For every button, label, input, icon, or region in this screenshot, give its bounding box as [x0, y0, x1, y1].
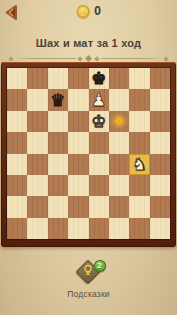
square-a2[interactable] [7, 196, 27, 217]
square-b2[interactable] [27, 196, 47, 217]
divider-end-diamond [163, 56, 169, 62]
square-a4[interactable] [7, 154, 27, 175]
puzzle-title: Шах и мат за 1 ход [0, 37, 177, 49]
square-a3[interactable] [7, 175, 27, 196]
square-f8[interactable] [109, 68, 129, 89]
square-g3[interactable] [129, 175, 149, 196]
square-g2[interactable] [129, 196, 149, 217]
divider-diamond [85, 55, 92, 62]
square-a7[interactable] [7, 89, 27, 110]
square-b5[interactable] [27, 132, 47, 153]
chess-board: ♚♛♟♚♞ [7, 68, 170, 239]
piece-white-knight[interactable]: ♞ [132, 156, 147, 173]
square-b8[interactable] [27, 68, 47, 89]
square-e4[interactable] [89, 154, 109, 175]
square-h4[interactable] [150, 154, 170, 175]
square-b4[interactable] [27, 154, 47, 175]
square-f1[interactable] [109, 218, 129, 239]
square-a5[interactable] [7, 132, 27, 153]
lightbulb-icon [82, 264, 94, 280]
puzzle-screen: 0 Шах и мат за 1 ход ♚♛♟♚♞ [0, 0, 177, 315]
square-a8[interactable] [7, 68, 27, 89]
hints-label: Подсказки [67, 289, 110, 299]
square-e7[interactable]: ♟ [89, 89, 109, 110]
square-h7[interactable] [150, 89, 170, 110]
divider-end-diamond [8, 56, 14, 62]
square-e3[interactable] [89, 175, 109, 196]
square-g1[interactable] [129, 218, 149, 239]
back-button[interactable] [2, 3, 20, 23]
hint-marker-diamond [114, 116, 124, 126]
square-c3[interactable] [48, 175, 68, 196]
square-d5[interactable] [68, 132, 88, 153]
square-c1[interactable] [48, 218, 68, 239]
back-arrow-icon [3, 3, 19, 22]
square-b7[interactable] [27, 89, 47, 110]
square-h6[interactable] [150, 111, 170, 132]
square-f4[interactable] [109, 154, 129, 175]
divider-diamond [77, 56, 83, 62]
square-b3[interactable] [27, 175, 47, 196]
hint-count-badge: 2 [94, 260, 106, 272]
square-c6[interactable] [48, 111, 68, 132]
hint-button[interactable]: 2 [70, 259, 108, 287]
hints-section: 2 Подсказки [0, 259, 177, 299]
square-e6[interactable]: ♚ [89, 111, 109, 132]
square-c4[interactable] [48, 154, 68, 175]
square-a6[interactable] [7, 111, 27, 132]
piece-white-pawn[interactable]: ♟ [91, 92, 106, 109]
square-f2[interactable] [109, 196, 129, 217]
divider-line [15, 58, 76, 59]
piece-white-king[interactable]: ♚ [91, 113, 106, 130]
square-d3[interactable] [68, 175, 88, 196]
divider-diamond [94, 56, 100, 62]
piece-black-king[interactable]: ♚ [91, 70, 106, 87]
square-h2[interactable] [150, 196, 170, 217]
square-d2[interactable] [68, 196, 88, 217]
ornamental-divider [7, 55, 170, 62]
square-e2[interactable] [89, 196, 109, 217]
square-c8[interactable] [48, 68, 68, 89]
square-d1[interactable] [68, 218, 88, 239]
piece-black-queen[interactable]: ♛ [50, 92, 65, 109]
square-h1[interactable] [150, 218, 170, 239]
square-h5[interactable] [150, 132, 170, 153]
square-d7[interactable] [68, 89, 88, 110]
chess-board-frame: ♚♛♟♚♞ [1, 62, 176, 247]
square-d4[interactable] [68, 154, 88, 175]
divider-line [101, 58, 162, 59]
square-f6[interactable] [109, 111, 129, 132]
square-b1[interactable] [27, 218, 47, 239]
square-g6[interactable] [129, 111, 149, 132]
square-f7[interactable] [109, 89, 129, 110]
coin-counter[interactable]: 0 [76, 5, 101, 18]
square-c7[interactable]: ♛ [48, 89, 68, 110]
square-d6[interactable] [68, 111, 88, 132]
square-b6[interactable] [27, 111, 47, 132]
square-e1[interactable] [89, 218, 109, 239]
coin-icon [76, 5, 89, 18]
square-g7[interactable] [129, 89, 149, 110]
square-g4[interactable]: ♞ [129, 154, 149, 175]
square-h3[interactable] [150, 175, 170, 196]
coin-count: 0 [94, 5, 101, 18]
square-f5[interactable] [109, 132, 129, 153]
square-a1[interactable] [7, 218, 27, 239]
square-f3[interactable] [109, 175, 129, 196]
square-g8[interactable] [129, 68, 149, 89]
square-d8[interactable] [68, 68, 88, 89]
square-c2[interactable] [48, 196, 68, 217]
square-g5[interactable] [129, 132, 149, 153]
square-e5[interactable] [89, 132, 109, 153]
square-e8[interactable]: ♚ [89, 68, 109, 89]
square-h8[interactable] [150, 68, 170, 89]
square-c5[interactable] [48, 132, 68, 153]
